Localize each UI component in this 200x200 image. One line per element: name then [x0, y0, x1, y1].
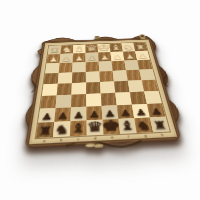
square-d3[interactable] — [86, 62, 100, 72]
light-pawn[interactable]: ♟ — [125, 54, 135, 60]
square-h5[interactable] — [142, 80, 159, 92]
square-b5[interactable] — [57, 83, 72, 95]
square-c6[interactable] — [71, 94, 86, 107]
square-f6[interactable] — [115, 92, 132, 105]
square-f7[interactable]: ♟ — [117, 105, 134, 119]
dark-pawn[interactable]: ♟ — [120, 109, 132, 118]
light-pawn[interactable]: ♟ — [113, 54, 123, 60]
square-e3[interactable] — [99, 61, 113, 71]
latch-pin-icon — [95, 36, 99, 39]
square-h6[interactable] — [144, 91, 162, 104]
dark-rook[interactable]: ♜ — [38, 125, 53, 137]
square-b2[interactable]: ♟ — [60, 53, 73, 63]
square-f5[interactable] — [114, 81, 130, 93]
square-h3[interactable] — [137, 60, 152, 70]
square-e6[interactable] — [101, 93, 117, 106]
square-d6[interactable] — [86, 93, 101, 106]
square-e5[interactable] — [100, 81, 115, 93]
light-knight[interactable]: ♞ — [122, 44, 134, 51]
square-a8[interactable]: ♜ — [36, 122, 54, 138]
square-g5[interactable] — [128, 80, 144, 92]
chess-set: ♜♞♝♛♚♝♞♜♟♟♟♟♟♟♟♟♟♟♟♟♟♟♟♟♜♞♝♛♚♝♞♜ abcdefg… — [8, 32, 200, 163]
dark-knight[interactable]: ♞ — [54, 123, 70, 136]
square-b3[interactable] — [59, 63, 73, 73]
square-c3[interactable] — [72, 62, 86, 72]
light-bishop[interactable]: ♝ — [110, 44, 123, 52]
dark-pawn[interactable]: ♟ — [41, 112, 53, 121]
light-bishop[interactable]: ♝ — [73, 45, 85, 53]
light-knight[interactable]: ♞ — [61, 46, 73, 53]
square-h7[interactable]: ♟ — [147, 103, 166, 117]
dark-pawn[interactable]: ♟ — [73, 111, 84, 120]
light-pawn[interactable]: ♟ — [138, 54, 148, 60]
square-a6[interactable] — [40, 95, 57, 108]
square-a3[interactable] — [45, 63, 60, 73]
square-a7[interactable]: ♟ — [38, 108, 55, 123]
board-squares: ♜♞♝♛♚♝♞♜♟♟♟♟♟♟♟♟♟♟♟♟♟♟♟♟♜♞♝♛♚♝♞♜ — [36, 42, 170, 138]
square-c7[interactable]: ♟ — [70, 107, 86, 122]
dark-pawn[interactable]: ♟ — [135, 108, 148, 117]
dark-pawn[interactable]: ♟ — [150, 107, 163, 116]
dark-pawn[interactable]: ♟ — [57, 112, 69, 121]
product-photo-chess-set: ♜♞♝♛♚♝♞♜♟♟♟♟♟♟♟♟♟♟♟♟♟♟♟♟♜♞♝♛♚♝♞♜ abcdefg… — [0, 0, 200, 200]
